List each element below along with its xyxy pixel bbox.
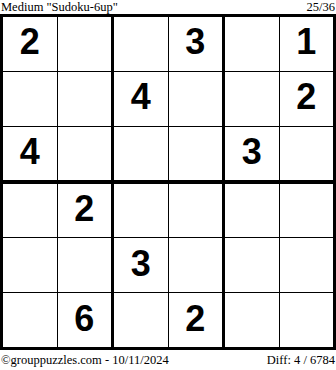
- footer: ©grouppuzzles.com - 10/11/2024 Diff: 4 /…: [0, 350, 336, 370]
- cell-r6c1[interactable]: [3, 293, 57, 347]
- puzzle-page: Medium "Sudoku-6up" 25/36 24341232632 ©g…: [0, 0, 336, 370]
- cell-r5c6[interactable]: [280, 238, 334, 292]
- cell-r3c3[interactable]: [114, 127, 168, 181]
- box-r2c3: [225, 184, 333, 348]
- header: Medium "Sudoku-6up" 25/36: [0, 0, 336, 14]
- progress-counter: 25/36: [307, 1, 335, 14]
- cell-r6c4: 2: [169, 293, 223, 347]
- cell-r5c5[interactable]: [225, 238, 279, 292]
- cell-r4c4[interactable]: [169, 184, 223, 238]
- cell-r1c3[interactable]: [114, 17, 168, 71]
- cell-r6c2: 6: [58, 293, 112, 347]
- copyright-date: ©grouppuzzles.com - 10/11/2024: [1, 353, 169, 368]
- cell-r2c6: 2: [280, 72, 334, 126]
- cell-r3c1: 4: [3, 127, 57, 181]
- cell-r3c4[interactable]: [169, 127, 223, 181]
- box-r1c1: 24: [3, 17, 111, 181]
- cell-r4c1[interactable]: [3, 184, 57, 238]
- cell-r6c5[interactable]: [225, 293, 279, 347]
- box-r1c3: 123: [225, 17, 333, 181]
- cell-r4c3[interactable]: [114, 184, 168, 238]
- cell-r5c1[interactable]: [3, 238, 57, 292]
- cell-r3c5: 3: [225, 127, 279, 181]
- cell-r1c2[interactable]: [58, 17, 112, 71]
- cell-r1c5[interactable]: [225, 17, 279, 71]
- cell-r2c1[interactable]: [3, 72, 57, 126]
- difficulty-label: Diff: 4 / 6784: [267, 353, 335, 368]
- cell-r3c2[interactable]: [58, 127, 112, 181]
- cell-r4c6[interactable]: [280, 184, 334, 238]
- cell-r5c2[interactable]: [58, 238, 112, 292]
- cell-r6c6[interactable]: [280, 293, 334, 347]
- cell-r6c3[interactable]: [114, 293, 168, 347]
- box-r1c2: 34: [114, 17, 222, 181]
- cell-r5c4[interactable]: [169, 238, 223, 292]
- cell-r2c5[interactable]: [225, 72, 279, 126]
- cell-r2c2[interactable]: [58, 72, 112, 126]
- cell-r4c5[interactable]: [225, 184, 279, 238]
- cell-r2c3: 4: [114, 72, 168, 126]
- cell-r1c6: 1: [280, 17, 334, 71]
- cell-r2c4[interactable]: [169, 72, 223, 126]
- cell-r3c6[interactable]: [280, 127, 334, 181]
- cell-r5c3: 3: [114, 238, 168, 292]
- cell-r4c2: 2: [58, 184, 112, 238]
- sudoku-board: 24341232632: [0, 14, 336, 350]
- cell-r1c4: 3: [169, 17, 223, 71]
- box-r2c1: 26: [3, 184, 111, 348]
- puzzle-title: Medium "Sudoku-6up": [1, 1, 118, 14]
- box-r2c2: 32: [114, 184, 222, 348]
- cell-r1c1: 2: [3, 17, 57, 71]
